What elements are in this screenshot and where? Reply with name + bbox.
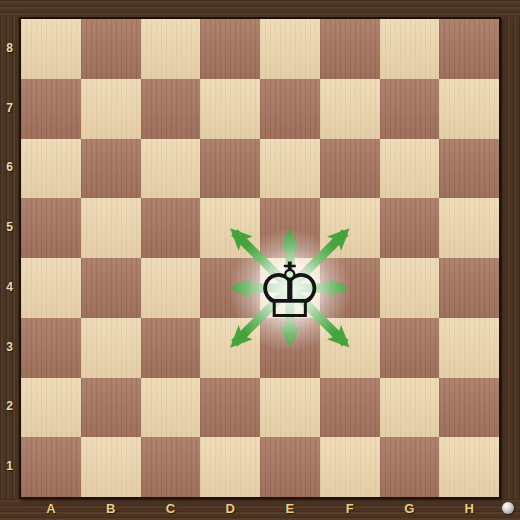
file-label-d: D xyxy=(200,501,260,516)
square-g7[interactable] xyxy=(380,79,440,139)
square-a3[interactable] xyxy=(21,318,81,378)
square-g4[interactable] xyxy=(380,258,440,318)
square-e7[interactable] xyxy=(260,79,320,139)
rank-label-4: 4 xyxy=(0,280,19,294)
file-label-f: F xyxy=(320,501,380,516)
square-d1[interactable] xyxy=(200,437,260,497)
white-king[interactable]: ♔ xyxy=(235,236,345,346)
square-a7[interactable] xyxy=(21,79,81,139)
square-a5[interactable] xyxy=(21,198,81,258)
square-h2[interactable] xyxy=(439,378,499,438)
rank-label-7: 7 xyxy=(0,101,19,115)
square-d7[interactable] xyxy=(200,79,260,139)
square-g5[interactable] xyxy=(380,198,440,258)
square-d6[interactable] xyxy=(200,139,260,199)
rank-label-8: 8 xyxy=(0,41,19,55)
rank-label-1: 1 xyxy=(0,459,19,473)
board-frame-left xyxy=(0,17,19,499)
corner-sphere xyxy=(502,502,514,514)
square-h1[interactable] xyxy=(439,437,499,497)
square-g3[interactable] xyxy=(380,318,440,378)
square-f6[interactable] xyxy=(320,139,380,199)
square-c2[interactable] xyxy=(141,378,201,438)
square-e8[interactable] xyxy=(260,19,320,79)
square-c1[interactable] xyxy=(141,437,201,497)
square-a4[interactable] xyxy=(21,258,81,318)
square-b7[interactable] xyxy=(81,79,141,139)
square-b2[interactable] xyxy=(81,378,141,438)
square-g8[interactable] xyxy=(380,19,440,79)
square-c8[interactable] xyxy=(141,19,201,79)
square-d8[interactable] xyxy=(200,19,260,79)
square-h4[interactable] xyxy=(439,258,499,318)
square-h8[interactable] xyxy=(439,19,499,79)
square-a2[interactable] xyxy=(21,378,81,438)
square-c5[interactable] xyxy=(141,198,201,258)
rank-label-2: 2 xyxy=(0,399,19,413)
chess-board-widget: ♔ 87654321ABCDEFGH xyxy=(0,0,520,520)
square-b3[interactable] xyxy=(81,318,141,378)
file-label-a: A xyxy=(21,501,81,516)
rank-label-5: 5 xyxy=(0,220,19,234)
file-label-e: E xyxy=(260,501,320,516)
file-label-g: G xyxy=(379,501,439,516)
square-b5[interactable] xyxy=(81,198,141,258)
square-c7[interactable] xyxy=(141,79,201,139)
file-label-b: B xyxy=(81,501,141,516)
square-f1[interactable] xyxy=(320,437,380,497)
square-f8[interactable] xyxy=(320,19,380,79)
square-h7[interactable] xyxy=(439,79,499,139)
square-b4[interactable] xyxy=(81,258,141,318)
square-c4[interactable] xyxy=(141,258,201,318)
square-e2[interactable] xyxy=(260,378,320,438)
square-b1[interactable] xyxy=(81,437,141,497)
square-c6[interactable] xyxy=(141,139,201,199)
square-e6[interactable] xyxy=(260,139,320,199)
square-h3[interactable] xyxy=(439,318,499,378)
file-label-h: H xyxy=(439,501,499,516)
square-a6[interactable] xyxy=(21,139,81,199)
square-g1[interactable] xyxy=(380,437,440,497)
board-frame-right xyxy=(501,17,520,499)
square-g6[interactable] xyxy=(380,139,440,199)
file-label-c: C xyxy=(140,501,200,516)
square-g2[interactable] xyxy=(380,378,440,438)
rank-label-3: 3 xyxy=(0,340,19,354)
square-c3[interactable] xyxy=(141,318,201,378)
square-a1[interactable] xyxy=(21,437,81,497)
square-f7[interactable] xyxy=(320,79,380,139)
square-f2[interactable] xyxy=(320,378,380,438)
board-frame-top xyxy=(0,0,520,17)
square-b6[interactable] xyxy=(81,139,141,199)
square-a8[interactable] xyxy=(21,19,81,79)
square-h6[interactable] xyxy=(439,139,499,199)
chess-board: ♔ xyxy=(19,17,501,499)
square-h5[interactable] xyxy=(439,198,499,258)
square-b8[interactable] xyxy=(81,19,141,79)
square-d2[interactable] xyxy=(200,378,260,438)
square-e1[interactable] xyxy=(260,437,320,497)
rank-label-6: 6 xyxy=(0,160,19,174)
